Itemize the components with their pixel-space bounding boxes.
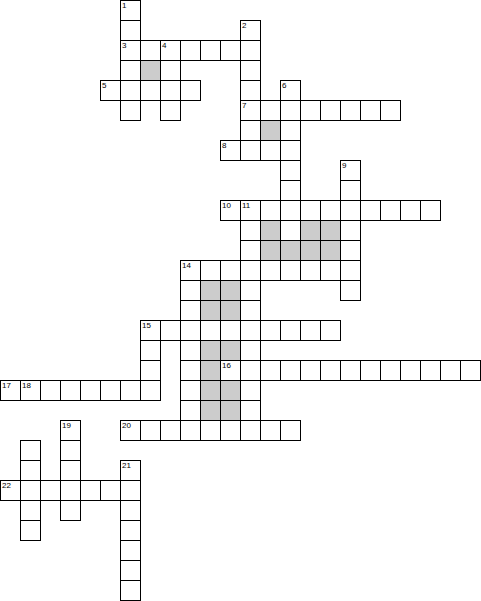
crossword-cell[interactable]: 5: [100, 80, 121, 101]
crossword-cell[interactable]: [60, 500, 81, 521]
clue-number: 15: [142, 321, 151, 330]
crossword-cell[interactable]: [200, 420, 221, 441]
crossword-cell[interactable]: 15: [140, 320, 161, 341]
crossword-cell[interactable]: 19: [60, 420, 81, 441]
blocked-cell: [300, 220, 321, 241]
crossword-cell[interactable]: [200, 40, 221, 61]
blocked-cell: [200, 380, 221, 401]
crossword-cell[interactable]: [140, 40, 161, 61]
blocked-cell: [200, 340, 221, 361]
crossword-cell[interactable]: [120, 540, 141, 561]
crossword-cell[interactable]: [120, 520, 141, 541]
blocked-cell: [200, 400, 221, 421]
crossword-cell[interactable]: [200, 320, 221, 341]
crossword-cell[interactable]: [220, 40, 241, 61]
clue-number: 17: [2, 381, 11, 390]
crossword-cell[interactable]: 22: [0, 480, 21, 501]
crossword-cell[interactable]: [220, 320, 241, 341]
crossword-cell[interactable]: [220, 420, 241, 441]
clue-number: 5: [102, 81, 106, 90]
crossword-cell[interactable]: [280, 320, 301, 341]
crossword-cell[interactable]: [260, 320, 281, 341]
crossword-cell[interactable]: [180, 320, 201, 341]
crossword-cell[interactable]: 9: [340, 160, 361, 181]
crossword-cell[interactable]: [240, 300, 261, 321]
crossword-cell[interactable]: [240, 140, 261, 161]
crossword-cell[interactable]: 2: [240, 20, 261, 41]
crossword-cell[interactable]: [160, 100, 181, 121]
crossword-cell[interactable]: [280, 360, 301, 381]
crossword-cell[interactable]: [60, 480, 81, 501]
crossword-cell[interactable]: [340, 240, 361, 261]
blocked-cell: [220, 340, 241, 361]
crossword-cell[interactable]: 4: [160, 40, 181, 61]
crossword-cell[interactable]: 21: [120, 460, 141, 481]
crossword-cell[interactable]: [240, 320, 261, 341]
blocked-cell: [220, 400, 241, 421]
clue-number: 16: [222, 361, 231, 370]
crossword-cell[interactable]: [260, 360, 281, 381]
crossword-cell[interactable]: [240, 220, 261, 241]
crossword-cell[interactable]: [360, 360, 381, 381]
crossword-cell[interactable]: [340, 180, 361, 201]
blocked-cell: [320, 220, 341, 241]
clue-number: 19: [62, 421, 71, 430]
crossword-cell[interactable]: [240, 420, 261, 441]
crossword-cell[interactable]: [180, 280, 201, 301]
clue-number: 22: [2, 481, 11, 490]
crossword-cell[interactable]: [460, 360, 481, 381]
clue-number: 9: [342, 161, 346, 170]
crossword-cell[interactable]: 20: [120, 420, 141, 441]
crossword-cell[interactable]: [120, 80, 141, 101]
crossword-cell[interactable]: [340, 220, 361, 241]
crossword-cell[interactable]: [140, 80, 161, 101]
crossword-cell[interactable]: 7: [240, 100, 261, 121]
crossword-cell[interactable]: 3: [120, 40, 141, 61]
clue-number: 6: [282, 81, 286, 90]
crossword-cell[interactable]: [120, 100, 141, 121]
crossword-cell[interactable]: 8: [220, 140, 241, 161]
crossword-cell[interactable]: [240, 120, 261, 141]
clue-number: 18: [22, 381, 31, 390]
crossword-cell[interactable]: [80, 480, 101, 501]
crossword-cell[interactable]: [280, 260, 301, 281]
crossword-cell[interactable]: [280, 100, 301, 121]
blocked-cell: [260, 120, 281, 141]
crossword-cell[interactable]: [340, 360, 361, 381]
crossword-cell[interactable]: [240, 280, 261, 301]
clue-number: 7: [242, 101, 246, 110]
crossword-cell[interactable]: [360, 100, 381, 121]
crossword-cell[interactable]: [180, 80, 201, 101]
crossword-cell[interactable]: [140, 360, 161, 381]
clue-number: 10: [222, 201, 231, 210]
crossword-cell[interactable]: [160, 320, 181, 341]
crossword-cell[interactable]: [100, 380, 121, 401]
crossword-cell[interactable]: [120, 560, 141, 581]
blocked-cell: [220, 380, 241, 401]
blocked-cell: [260, 240, 281, 261]
crossword-cell[interactable]: [280, 120, 301, 141]
crossword-cell[interactable]: [60, 460, 81, 481]
crossword-cell[interactable]: [60, 440, 81, 461]
crossword-cell[interactable]: [180, 340, 201, 361]
blocked-cell: [220, 280, 241, 301]
crossword-cell[interactable]: [120, 20, 141, 41]
crossword-cell[interactable]: [260, 100, 281, 121]
crossword-board: 1234567891011141516171819202122: [0, 0, 481, 601]
blocked-cell: [200, 300, 221, 321]
blocked-cell: [200, 360, 221, 381]
crossword-cell[interactable]: [280, 220, 301, 241]
crossword-cell[interactable]: [20, 460, 41, 481]
crossword-cell[interactable]: 6: [280, 80, 301, 101]
crossword-cell[interactable]: [120, 580, 141, 601]
crossword-cell[interactable]: [320, 360, 341, 381]
crossword-cell[interactable]: [240, 240, 261, 261]
crossword-cell[interactable]: [260, 420, 281, 441]
crossword-cell[interactable]: [20, 500, 41, 521]
blocked-cell: [300, 240, 321, 261]
crossword-cell[interactable]: [160, 80, 181, 101]
blocked-cell: [320, 240, 341, 261]
crossword-cell[interactable]: [240, 60, 261, 81]
clue-number: 8: [222, 141, 226, 150]
crossword-cell[interactable]: [380, 200, 401, 221]
crossword-cell[interactable]: [300, 260, 321, 281]
crossword-cell[interactable]: 10: [220, 200, 241, 221]
crossword-cell[interactable]: [180, 40, 201, 61]
crossword-cell[interactable]: [280, 200, 301, 221]
crossword-cell[interactable]: [180, 300, 201, 321]
blocked-cell: [260, 220, 281, 241]
crossword-cell[interactable]: [420, 200, 441, 221]
crossword-cell[interactable]: [240, 360, 261, 381]
blocked-cell: [200, 280, 221, 301]
crossword-cell[interactable]: 18: [20, 380, 41, 401]
clue-number: 3: [122, 41, 126, 50]
crossword-cell[interactable]: [20, 520, 41, 541]
crossword-cell[interactable]: [380, 360, 401, 381]
crossword-cell[interactable]: [240, 340, 261, 361]
crossword-cell[interactable]: 1: [120, 0, 141, 21]
crossword-cell[interactable]: [200, 260, 221, 281]
crossword-cell[interactable]: [60, 380, 81, 401]
clue-number: 1: [122, 1, 126, 10]
crossword-cell[interactable]: 17: [0, 380, 21, 401]
crossword-cell[interactable]: [320, 320, 341, 341]
crossword-cell[interactable]: [180, 380, 201, 401]
crossword-cell[interactable]: [300, 200, 321, 221]
crossword-cell[interactable]: [320, 100, 341, 121]
clue-number: 4: [162, 41, 166, 50]
crossword-cell[interactable]: [380, 100, 401, 121]
crossword-cell[interactable]: [280, 160, 301, 181]
crossword-cell[interactable]: [180, 420, 201, 441]
crossword-cell[interactable]: [40, 480, 61, 501]
crossword-cell[interactable]: [260, 200, 281, 221]
clue-number: 21: [122, 461, 131, 470]
crossword-cell[interactable]: [160, 60, 181, 81]
crossword-cell[interactable]: 11: [240, 200, 261, 221]
crossword-cell[interactable]: [240, 400, 261, 421]
crossword-cell[interactable]: 16: [220, 360, 241, 381]
crossword-cell[interactable]: [340, 260, 361, 281]
crossword-cell[interactable]: [180, 400, 201, 421]
crossword-cell[interactable]: [120, 380, 141, 401]
crossword-cell[interactable]: [220, 260, 241, 281]
crossword-cell[interactable]: [400, 360, 421, 381]
crossword-cell[interactable]: [100, 480, 121, 501]
crossword-cell[interactable]: [280, 180, 301, 201]
crossword-cell[interactable]: [420, 360, 441, 381]
crossword-cell[interactable]: [340, 100, 361, 121]
blocked-cell: [280, 240, 301, 261]
blocked-cell: [140, 60, 161, 81]
crossword-cell[interactable]: [240, 380, 261, 401]
crossword-cell[interactable]: [260, 140, 281, 161]
crossword-cell[interactable]: [260, 260, 281, 281]
crossword-cell[interactable]: [280, 140, 301, 161]
crossword-cell[interactable]: 14: [180, 260, 201, 281]
crossword-cell[interactable]: [240, 80, 261, 101]
crossword-cell[interactable]: [320, 200, 341, 221]
crossword-cell[interactable]: [180, 360, 201, 381]
crossword-cell[interactable]: [140, 420, 161, 441]
crossword-cell[interactable]: [40, 380, 61, 401]
crossword-cell[interactable]: [280, 420, 301, 441]
crossword-cell[interactable]: [80, 380, 101, 401]
crossword-page: 1234567891011141516171819202122: [0, 0, 481, 601]
crossword-cell[interactable]: [140, 340, 161, 361]
crossword-cell[interactable]: [240, 40, 261, 61]
crossword-cell[interactable]: [300, 360, 321, 381]
crossword-cell[interactable]: [300, 320, 321, 341]
crossword-cell[interactable]: [320, 260, 341, 281]
crossword-cell[interactable]: [120, 60, 141, 81]
clue-number: 14: [182, 261, 191, 270]
clue-number: 11: [242, 201, 250, 210]
crossword-cell[interactable]: [120, 500, 141, 521]
crossword-cell[interactable]: [240, 260, 261, 281]
blocked-cell: [220, 300, 241, 321]
crossword-cell[interactable]: [160, 420, 181, 441]
clue-number: 2: [242, 21, 246, 30]
crossword-cell[interactable]: [400, 200, 421, 221]
crossword-cell[interactable]: [300, 100, 321, 121]
crossword-cell[interactable]: [340, 280, 361, 301]
crossword-cell[interactable]: [440, 360, 461, 381]
crossword-cell[interactable]: [340, 200, 361, 221]
clue-number: 20: [122, 421, 131, 430]
crossword-cell[interactable]: [140, 380, 161, 401]
crossword-cell[interactable]: [20, 440, 41, 461]
crossword-cell[interactable]: [20, 480, 41, 501]
crossword-cell[interactable]: [360, 200, 381, 221]
crossword-cell[interactable]: [120, 480, 141, 501]
